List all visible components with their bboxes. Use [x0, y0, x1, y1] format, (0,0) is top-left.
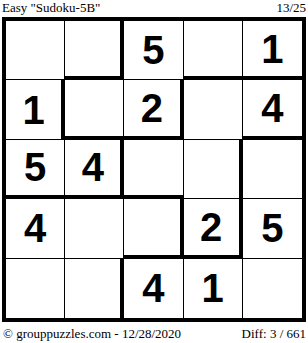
cell-r2c3[interactable]: 2 [124, 80, 183, 139]
cell-r3c1[interactable]: 5 [6, 140, 65, 199]
cell-r4c4[interactable]: 2 [184, 199, 243, 258]
cell-r5c5[interactable] [243, 259, 302, 318]
given-digit: 1 [202, 268, 224, 308]
puzzle-title: Easy "Sudoku-5B" [2, 0, 100, 15]
cell-r3c2[interactable]: 4 [65, 140, 124, 199]
cell-r4c2[interactable] [65, 199, 124, 258]
given-digit: 5 [142, 30, 164, 70]
given-digit: 4 [142, 268, 164, 308]
copyright: © grouppuzzles.com - 12/28/2020 [3, 326, 181, 342]
cell-r2c2[interactable] [65, 80, 124, 139]
cell-r1c5[interactable]: 1 [243, 21, 302, 80]
cell-r5c4[interactable]: 1 [184, 259, 243, 318]
given-digit: 4 [82, 147, 104, 187]
cell-r1c4[interactable] [184, 21, 243, 80]
given-digit: 2 [141, 88, 163, 128]
clue-count: 13/25 [276, 0, 306, 15]
cell-r4c3[interactable] [124, 199, 183, 258]
cell-r3c4[interactable] [184, 140, 243, 199]
cell-r2c1[interactable]: 1 [6, 80, 65, 139]
footer: © grouppuzzles.com - 12/28/2020 Diff: 3 … [3, 326, 306, 342]
given-digit: 5 [261, 208, 283, 248]
cell-r1c2[interactable] [65, 21, 124, 80]
difficulty: Diff: 3 / 661 [242, 326, 306, 342]
cell-r5c1[interactable] [6, 259, 65, 318]
cell-r3c3[interactable] [124, 140, 183, 199]
given-digit: 4 [24, 208, 46, 248]
cell-r4c5[interactable]: 5 [243, 199, 302, 258]
cell-r5c3[interactable]: 4 [124, 259, 183, 318]
given-digit: 4 [261, 88, 283, 128]
cell-r1c1[interactable] [6, 21, 65, 80]
cell-r4c1[interactable]: 4 [6, 199, 65, 258]
cell-r1c3[interactable]: 5 [124, 21, 183, 80]
given-digit: 1 [261, 29, 283, 69]
cell-r5c2[interactable] [65, 259, 124, 318]
cell-r3c5[interactable] [243, 140, 302, 199]
given-digit: 1 [22, 90, 44, 130]
cell-r2c4[interactable] [184, 80, 243, 139]
given-digit: 5 [24, 147, 46, 187]
given-digit: 2 [200, 207, 222, 247]
header: Easy "Sudoku-5B" 13/25 [2, 0, 306, 15]
cell-r2c5[interactable]: 4 [243, 80, 302, 139]
sudoku-board: 511245442541 [2, 17, 306, 322]
